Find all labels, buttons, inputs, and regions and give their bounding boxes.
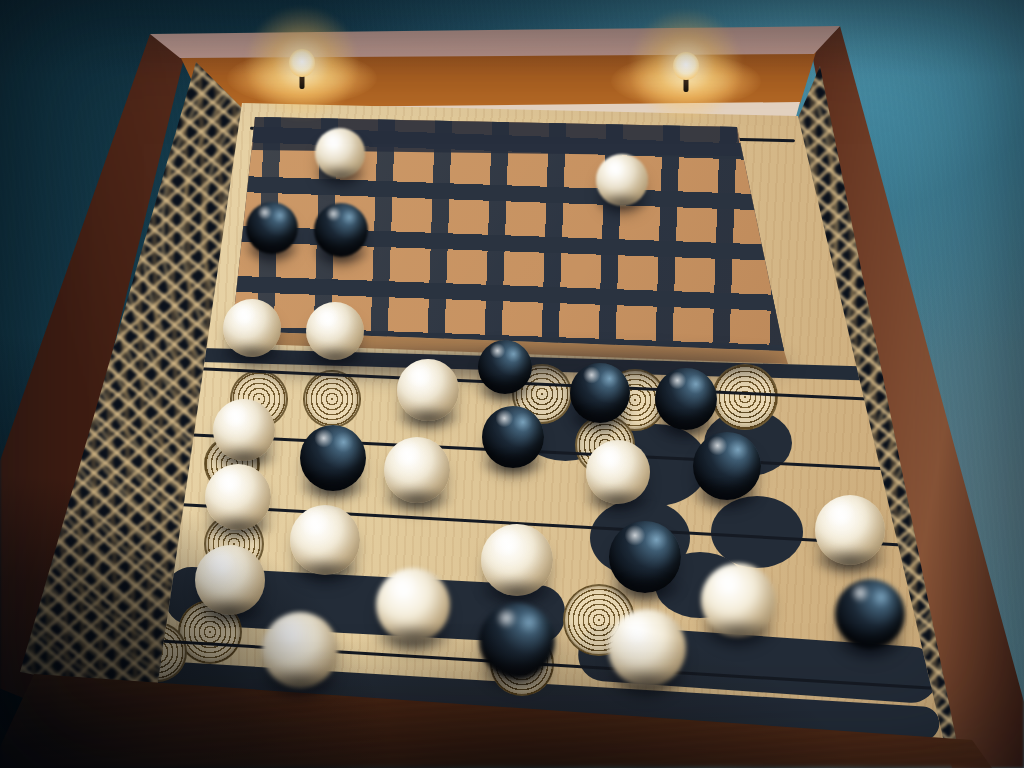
black-marble[interactable]: [570, 363, 630, 423]
light-bulb: [289, 49, 315, 77]
white-marble[interactable]: [608, 609, 686, 687]
white-marble[interactable]: [596, 154, 648, 206]
white-marble[interactable]: [815, 495, 885, 565]
black-marble[interactable]: [314, 203, 368, 257]
white-marble[interactable]: [195, 545, 265, 615]
white-marble[interactable]: [205, 464, 271, 530]
white-marble[interactable]: [262, 612, 338, 688]
black-marble[interactable]: [300, 425, 366, 491]
white-marble[interactable]: [701, 563, 775, 637]
white-marble[interactable]: [306, 302, 364, 360]
white-marble[interactable]: [586, 440, 650, 504]
black-marble[interactable]: [246, 202, 298, 254]
white-marble[interactable]: [290, 505, 360, 575]
white-marble[interactable]: [397, 359, 459, 421]
white-marble[interactable]: [223, 299, 281, 357]
black-marble[interactable]: [835, 579, 905, 649]
white-marble[interactable]: [213, 399, 275, 461]
black-marble[interactable]: [693, 432, 761, 500]
white-marble[interactable]: [384, 437, 450, 503]
white-marble[interactable]: [481, 524, 553, 596]
light-bulb: [673, 52, 699, 80]
scene: [0, 0, 1024, 768]
black-marble[interactable]: [609, 521, 681, 593]
black-marble[interactable]: [655, 368, 717, 430]
engraved-medallion-cell[interactable]: [712, 364, 778, 430]
white-marble[interactable]: [376, 568, 450, 642]
black-marble[interactable]: [482, 406, 544, 468]
black-marble[interactable]: [478, 340, 532, 394]
black-marble[interactable]: [479, 603, 555, 679]
white-marble[interactable]: [315, 128, 365, 178]
engraved-medallion-cell[interactable]: [303, 370, 361, 428]
